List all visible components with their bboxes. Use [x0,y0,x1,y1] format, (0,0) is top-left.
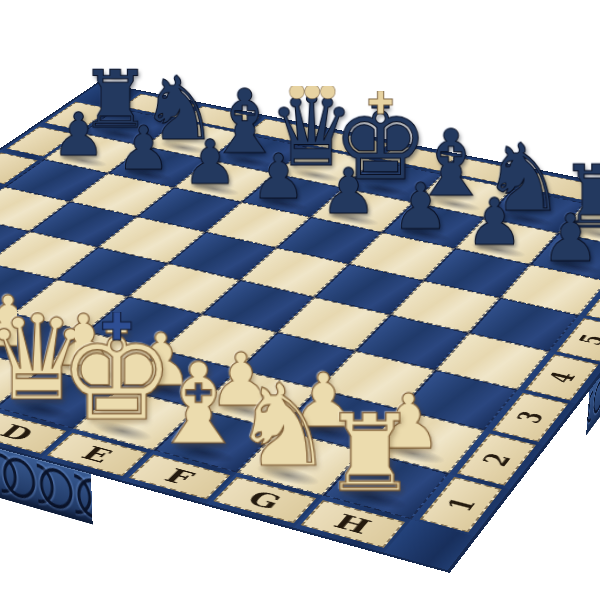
piece-white-rook-h1[interactable]: ♜ [300,403,440,504]
piece-blue-pawn-h7[interactable]: ♟ [512,208,600,270]
product-photo-stage: ♜♞♝♛●●●♚✚♝♞♜8♟♟♟♟♟♟♟♟76543♟♟♟♟♟♟♟♟2♜♞♝♛♚… [0,0,600,600]
blue-pawn-glyph: ♟ [541,208,600,270]
white-rook-glyph: ♜ [322,403,417,504]
chessboard: ♜♞♝♛●●●♚✚♝♞♜8♟♟♟♟♟♟♟♟76543♟♟♟♟♟♟♟♟2♜♞♝♛♚… [0,83,600,570]
square-h7[interactable]: ♟ [530,233,600,281]
